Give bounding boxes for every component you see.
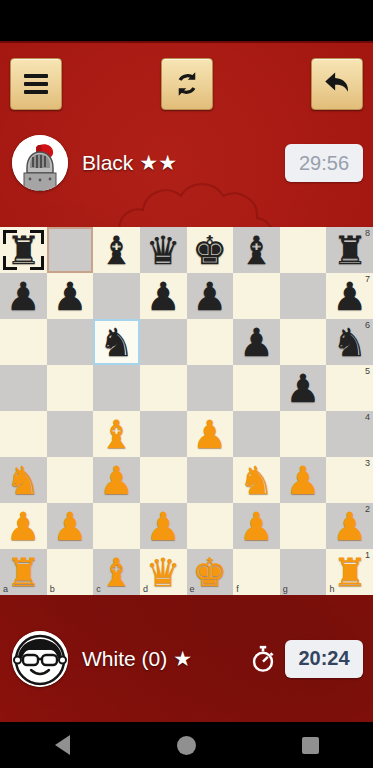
square-h6[interactable]: ♞6 (326, 319, 373, 365)
nerd-face-icon (12, 631, 68, 687)
menu-button[interactable] (10, 58, 62, 110)
square-d3[interactable] (140, 457, 187, 503)
rank-label-1: 1 (365, 550, 370, 560)
square-c2[interactable] (93, 503, 140, 549)
square-h1[interactable]: ♜1h (326, 549, 373, 595)
flip-restart-button[interactable] (161, 58, 213, 110)
android-back-button[interactable] (0, 722, 124, 768)
recents-square-icon (302, 737, 319, 754)
toolbar (0, 41, 373, 125)
rank-label-3: 3 (365, 458, 370, 468)
white-avatar (12, 631, 68, 687)
knight-helmet-icon (12, 135, 68, 191)
piece-black-pawn[interactable]: ♟ (52, 277, 87, 316)
white-player-row: White (0)★ 20:24 (0, 595, 373, 722)
square-g5[interactable]: ♟ (280, 365, 327, 411)
square-f5[interactable] (233, 365, 280, 411)
square-d7[interactable]: ♟ (140, 273, 187, 319)
square-c6[interactable]: ♞ (93, 319, 140, 365)
black-rating-stars: ★★ (139, 151, 177, 174)
square-b5[interactable] (47, 365, 94, 411)
square-e6[interactable] (187, 319, 234, 365)
square-h8[interactable]: ♜8 (326, 227, 373, 273)
piece-white-pawn[interactable]: ♟ (286, 461, 321, 500)
square-g2[interactable] (280, 503, 327, 549)
piece-black-bishop[interactable]: ♝ (239, 231, 274, 270)
square-c5[interactable] (93, 365, 140, 411)
android-home-button[interactable] (124, 722, 248, 768)
file-label-d: d (143, 584, 148, 594)
square-d1[interactable]: ♛d (140, 549, 187, 595)
square-h7[interactable]: ♟7 (326, 273, 373, 319)
square-f7[interactable] (233, 273, 280, 319)
stopwatch-icon (250, 645, 276, 673)
piece-black-pawn[interactable]: ♟ (239, 323, 274, 362)
piece-black-queen[interactable]: ♛ (146, 231, 181, 270)
back-triangle-icon (55, 735, 70, 755)
file-label-g: g (283, 584, 288, 594)
piece-white-bishop[interactable]: ♝ (99, 415, 134, 454)
piece-black-king[interactable]: ♚ (192, 231, 227, 270)
piece-white-pawn[interactable]: ♟ (239, 507, 274, 546)
square-g3[interactable]: ♟ (280, 457, 327, 503)
rank-label-4: 4 (365, 412, 370, 422)
piece-white-pawn[interactable]: ♟ (99, 461, 134, 500)
square-g8[interactable] (280, 227, 327, 273)
square-a2[interactable]: ♟ (0, 503, 47, 549)
piece-black-knight[interactable]: ♞ (99, 323, 134, 362)
rank-label-5: 5 (365, 366, 370, 376)
square-c4[interactable]: ♝ (93, 411, 140, 457)
square-c7[interactable] (93, 273, 140, 319)
square-f8[interactable]: ♝ (233, 227, 280, 273)
hamburger-menu-icon (24, 74, 48, 94)
piece-white-pawn[interactable]: ♟ (52, 507, 87, 546)
square-g6[interactable] (280, 319, 327, 365)
piece-white-knight[interactable]: ♞ (239, 461, 274, 500)
square-e1[interactable]: ♚e (187, 549, 234, 595)
square-f6[interactable]: ♟ (233, 319, 280, 365)
square-h4[interactable]: 4 (326, 411, 373, 457)
square-a5[interactable] (0, 365, 47, 411)
square-f2[interactable]: ♟ (233, 503, 280, 549)
phone-screen: Black★★ 29:56 ♜♝♛♚♝♜8♟♟♟♟♟7♞♟♞6♟5♝♟4♞♟♞♟… (0, 0, 373, 768)
square-h3[interactable]: 3 (326, 457, 373, 503)
piece-black-pawn[interactable]: ♟ (332, 277, 367, 316)
black-clock: 29:56 (285, 144, 363, 182)
square-a7[interactable]: ♟ (0, 273, 47, 319)
square-f3[interactable]: ♞ (233, 457, 280, 503)
white-clock: 20:24 (285, 640, 363, 678)
square-b4[interactable] (47, 411, 94, 457)
square-a1[interactable]: ♜a (0, 549, 47, 595)
square-g4[interactable] (280, 411, 327, 457)
square-h5[interactable]: 5 (326, 365, 373, 411)
square-g1[interactable]: g (280, 549, 327, 595)
square-g7[interactable] (280, 273, 327, 319)
piece-white-pawn[interactable]: ♟ (6, 507, 41, 546)
square-e3[interactable] (187, 457, 234, 503)
rank-label-6: 6 (365, 320, 370, 330)
piece-white-pawn[interactable]: ♟ (146, 507, 181, 546)
white-rating-stars: ★ (173, 647, 192, 670)
square-a6[interactable] (0, 319, 47, 365)
piece-white-rook[interactable]: ♜ (6, 553, 41, 592)
piece-white-knight[interactable]: ♞ (6, 461, 41, 500)
square-d6[interactable] (140, 319, 187, 365)
piece-white-rook[interactable]: ♜ (332, 553, 367, 592)
square-e2[interactable] (187, 503, 234, 549)
square-b8[interactable] (47, 227, 94, 273)
black-player-row: Black★★ 29:56 (0, 125, 373, 227)
square-e7[interactable]: ♟ (187, 273, 234, 319)
square-a4[interactable] (0, 411, 47, 457)
file-label-a: a (3, 584, 8, 594)
rank-label-7: 7 (365, 274, 370, 284)
piece-white-pawn[interactable]: ♟ (332, 507, 367, 546)
refresh-icon (172, 69, 202, 99)
black-avatar (12, 135, 68, 191)
square-b7[interactable]: ♟ (47, 273, 94, 319)
chess-board: ♜♝♛♚♝♜8♟♟♟♟♟7♞♟♞6♟5♝♟4♞♟♞♟3♟♟♟♟♟2♜ab♝c♛d… (0, 227, 373, 595)
square-d8[interactable]: ♛ (140, 227, 187, 273)
square-d5[interactable] (140, 365, 187, 411)
rank-label-8: 8 (365, 228, 370, 238)
file-label-f: f (236, 584, 239, 594)
white-player-name: White (0)★ (82, 647, 192, 671)
square-h2[interactable]: ♟2 (326, 503, 373, 549)
square-b3[interactable] (47, 457, 94, 503)
home-circle-icon (177, 736, 196, 755)
piece-black-pawn[interactable]: ♟ (192, 277, 227, 316)
square-a8[interactable]: ♜ (0, 227, 47, 273)
square-f1[interactable]: f (233, 549, 280, 595)
square-d4[interactable] (140, 411, 187, 457)
square-b2[interactable]: ♟ (47, 503, 94, 549)
undo-arrow-icon (322, 69, 352, 99)
square-e5[interactable] (187, 365, 234, 411)
rank-label-2: 2 (365, 504, 370, 514)
square-d2[interactable]: ♟ (140, 503, 187, 549)
file-label-e: e (190, 584, 195, 594)
square-c8[interactable]: ♝ (93, 227, 140, 273)
square-f4[interactable] (233, 411, 280, 457)
file-label-b: b (50, 584, 55, 594)
status-bar (0, 0, 373, 41)
square-a3[interactable]: ♞ (0, 457, 47, 503)
piece-white-pawn[interactable]: ♟ (192, 415, 227, 454)
piece-white-queen[interactable]: ♛ (146, 553, 181, 592)
undo-button[interactable] (311, 58, 363, 110)
piece-black-pawn[interactable]: ♟ (286, 369, 321, 408)
square-e8[interactable]: ♚ (187, 227, 234, 273)
piece-black-pawn[interactable]: ♟ (146, 277, 181, 316)
square-b6[interactable] (47, 319, 94, 365)
square-e4[interactable]: ♟ (187, 411, 234, 457)
file-label-c: c (96, 584, 101, 594)
piece-black-knight[interactable]: ♞ (332, 323, 367, 362)
android-recents-button[interactable] (249, 722, 373, 768)
square-c1[interactable]: ♝c (93, 549, 140, 595)
piece-black-pawn[interactable]: ♟ (6, 277, 41, 316)
square-c3[interactable]: ♟ (93, 457, 140, 503)
black-player-name: Black★★ (82, 151, 177, 175)
file-label-h: h (329, 584, 334, 594)
piece-black-rook[interactable]: ♜ (332, 231, 367, 270)
piece-white-king[interactable]: ♚ (192, 553, 227, 592)
piece-white-bishop[interactable]: ♝ (99, 553, 134, 592)
piece-black-rook[interactable]: ♜ (6, 231, 41, 270)
android-nav-bar (0, 722, 373, 768)
piece-black-bishop[interactable]: ♝ (99, 231, 134, 270)
square-b1[interactable]: b (47, 549, 94, 595)
app-background: Black★★ 29:56 ♜♝♛♚♝♜8♟♟♟♟♟7♞♟♞6♟5♝♟4♞♟♞♟… (0, 41, 373, 722)
